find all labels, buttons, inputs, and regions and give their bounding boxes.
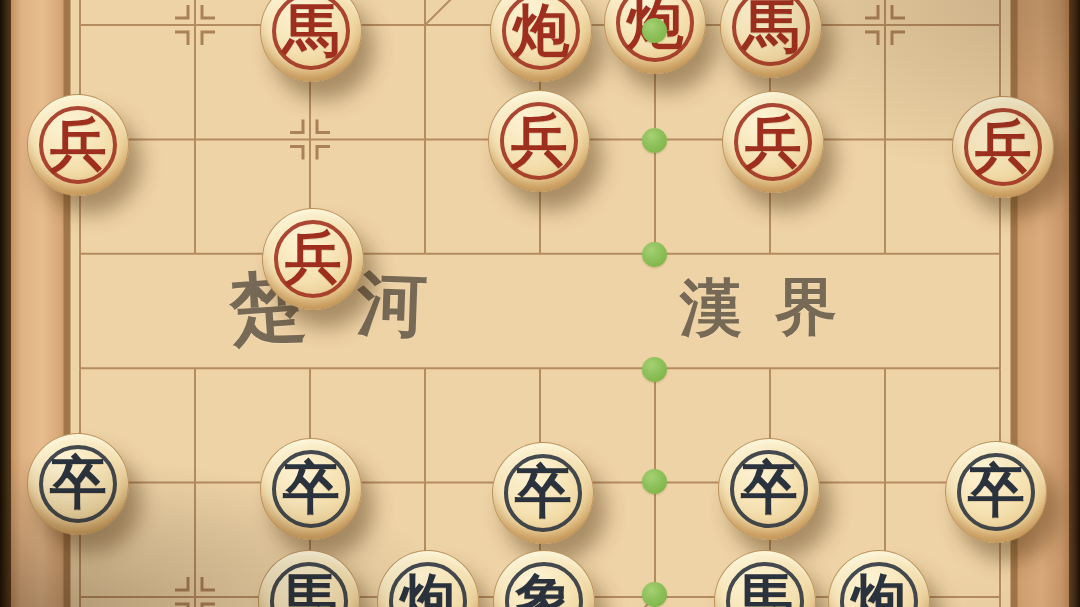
piece-red-horse[interactable]: 馬 [260, 0, 362, 82]
piece-glyph: 兵 [489, 90, 589, 190]
piece-red-soldier[interactable]: 兵 [952, 96, 1054, 198]
piece-glyph: 兵 [28, 94, 128, 194]
piece-glyph: 兵 [953, 96, 1053, 196]
move-hint-dot[interactable] [642, 582, 667, 607]
piece-black-horse[interactable]: 馬 [258, 550, 360, 607]
piece-glyph: 卒 [719, 438, 819, 538]
piece-black-soldier[interactable]: 卒 [718, 438, 820, 540]
piece-red-cannon[interactable]: 炮 [490, 0, 592, 82]
move-hint-dot[interactable] [642, 357, 667, 382]
piece-black-soldier[interactable]: 卒 [260, 438, 362, 540]
piece-red-soldier[interactable]: 兵 [27, 94, 129, 196]
piece-black-soldier[interactable]: 卒 [492, 442, 594, 544]
piece-red-horse[interactable]: 馬 [720, 0, 822, 78]
piece-red-soldier[interactable]: 兵 [488, 90, 590, 192]
piece-glyph: 馬 [261, 0, 361, 80]
piece-glyph: 卒 [946, 441, 1046, 541]
piece-black-soldier[interactable]: 卒 [27, 433, 129, 535]
piece-glyph: 炮 [829, 550, 929, 607]
piece-red-soldier[interactable]: 兵 [262, 208, 364, 310]
piece-glyph: 卒 [261, 438, 361, 538]
piece-black-cannon[interactable]: 炮 [377, 550, 479, 607]
piece-glyph: 馬 [259, 550, 359, 607]
river-label-char: 河 [355, 257, 428, 353]
piece-red-soldier[interactable]: 兵 [722, 91, 824, 193]
xiangqi-board[interactable]: 楚河漢界 馬炮炮馬兵兵兵兵兵卒卒卒卒卒馬炮象馬炮 [0, 0, 1080, 607]
move-hint-dot[interactable] [642, 469, 667, 494]
piece-glyph: 馬 [721, 0, 821, 76]
piece-glyph: 卒 [493, 442, 593, 542]
piece-glyph: 兵 [723, 91, 823, 191]
selected-piece-dot[interactable] [642, 18, 667, 43]
piece-black-cannon[interactable]: 炮 [828, 550, 930, 607]
piece-glyph: 馬 [715, 550, 815, 607]
river-label-char: 漢 [680, 266, 742, 350]
piece-glyph: 炮 [378, 550, 478, 607]
piece-glyph: 象 [494, 550, 594, 607]
piece-glyph: 卒 [28, 433, 128, 533]
move-hint-dot[interactable] [642, 128, 667, 153]
river-label-char: 界 [775, 265, 837, 349]
piece-black-soldier[interactable]: 卒 [945, 441, 1047, 543]
move-hint-dot[interactable] [642, 242, 667, 267]
piece-black-horse[interactable]: 馬 [714, 550, 816, 607]
piece-glyph: 炮 [491, 0, 591, 80]
piece-glyph: 兵 [263, 208, 363, 308]
piece-black-elephant[interactable]: 象 [493, 550, 595, 607]
